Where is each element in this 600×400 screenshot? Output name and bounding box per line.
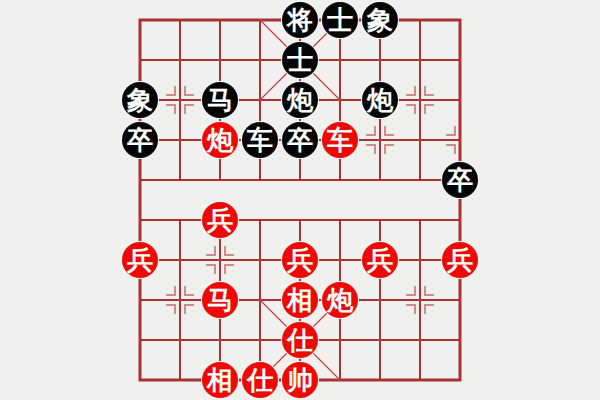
piece-black-advisor[interactable]: 士 [322, 2, 358, 38]
piece-red-elephant[interactable]: 相 [282, 282, 318, 318]
piece-red-general[interactable]: 帅 [282, 362, 318, 398]
piece-red-soldier[interactable]: 兵 [122, 242, 158, 278]
piece-red-soldier[interactable]: 兵 [202, 202, 238, 238]
piece-black-general[interactable]: 将 [282, 2, 318, 38]
piece-black-soldier[interactable]: 卒 [122, 122, 158, 158]
piece-red-horse[interactable]: 马 [202, 282, 238, 318]
piece-red-soldier[interactable]: 兵 [282, 242, 318, 278]
xiangqi-app: 将士象士象马炮炮卒炮车卒车卒兵兵兵兵兵马相炮仕相仕帅 [0, 0, 600, 400]
piece-black-chariot[interactable]: 车 [242, 122, 278, 158]
piece-red-cannon[interactable]: 炮 [202, 122, 238, 158]
piece-black-soldier[interactable]: 卒 [282, 122, 318, 158]
piece-black-soldier[interactable]: 卒 [442, 162, 478, 198]
piece-black-elephant[interactable]: 象 [362, 2, 398, 38]
piece-black-cannon[interactable]: 炮 [362, 82, 398, 118]
piece-red-soldier[interactable]: 兵 [442, 242, 478, 278]
piece-black-horse[interactable]: 马 [202, 82, 238, 118]
piece-red-chariot[interactable]: 车 [322, 122, 358, 158]
piece-black-elephant[interactable]: 象 [122, 82, 158, 118]
piece-black-cannon[interactable]: 炮 [282, 82, 318, 118]
piece-red-advisor[interactable]: 仕 [282, 322, 318, 358]
piece-red-soldier[interactable]: 兵 [362, 242, 398, 278]
piece-red-cannon[interactable]: 炮 [322, 282, 358, 318]
piece-red-elephant[interactable]: 相 [202, 362, 238, 398]
xiangqi-board[interactable]: 将士象士象马炮炮卒炮车卒车卒兵兵兵兵兵马相炮仕相仕帅 [120, 0, 480, 400]
piece-black-advisor[interactable]: 士 [282, 42, 318, 78]
piece-red-advisor[interactable]: 仕 [242, 362, 278, 398]
